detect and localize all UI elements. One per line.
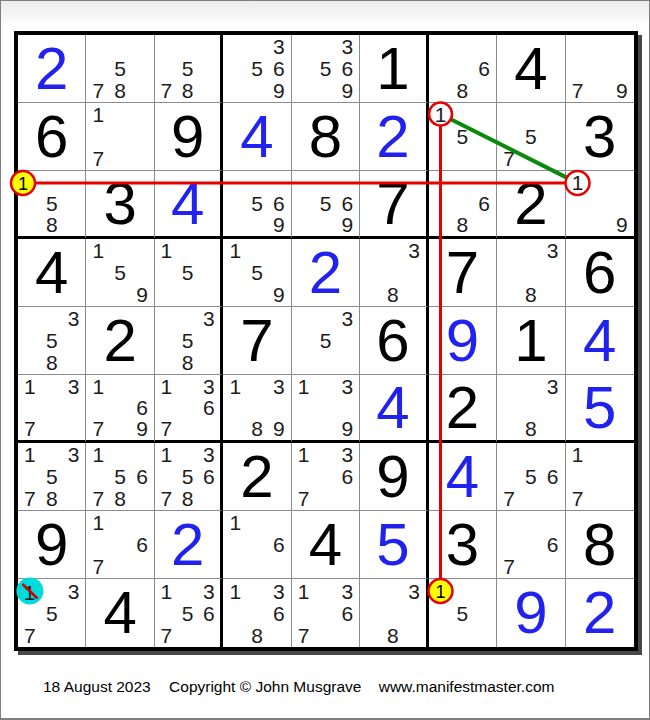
pencil-marks: 38 [361,580,424,646]
pencil-marks: 137 [19,376,84,439]
candidate-6: 6 [268,193,290,214]
given-digit: 2 [103,311,136,371]
candidate-1: 1 [224,376,246,397]
candidate-8: 8 [177,351,198,373]
pencil-marks: 1389 [224,376,289,439]
candidate-6: 6 [336,193,358,214]
pencil-marks: 16 [224,512,289,577]
pencil-marks: 569 [293,172,358,235]
candidate-5: 5 [451,126,473,148]
cell-r6c9[interactable]: 5 [566,375,634,443]
cell-r8c4[interactable]: 16 [223,511,291,579]
candidate-7: 7 [87,418,109,439]
cell-r2c3[interactable]: 9 [155,103,223,171]
cell-r5c1[interactable]: 358 [18,307,86,375]
candidate-3: 3 [63,376,85,397]
candidate-5: 5 [41,193,63,214]
candidate-1: 1 [87,240,109,262]
candidate-6: 6 [542,534,564,556]
candidate-7: 7 [156,79,177,101]
candidate-5: 5 [177,262,198,284]
pencil-marks: 79 [567,36,633,101]
pencil-marks: 358 [156,308,219,373]
solved-digit: 9 [514,583,547,643]
pencil-marks: 15 [430,580,495,646]
solved-digit: 9 [446,311,479,371]
page-frame: 2578578356935691684796179482155735834569… [0,0,650,720]
candidate-5: 5 [315,58,337,80]
cell-r6c4[interactable]: 1389 [223,375,291,443]
candidate-8: 8 [41,351,63,373]
candidate-8: 8 [177,487,198,509]
footer: 18 August 2023 Copyright © John Musgrave… [43,678,554,696]
pencil-marks: 578 [156,36,219,101]
pencil-marks: 67 [498,512,563,577]
cell-r8c1[interactable]: 9 [18,511,86,579]
cell-r1c6[interactable]: 1 [360,35,428,103]
candidate-6: 6 [473,193,495,214]
pencil-marks: 1357 [19,580,84,646]
cell-r2c5[interactable]: 8 [292,103,360,171]
cell-r9c9[interactable]: 2 [566,579,634,647]
pencil-marks: 167 [87,512,152,577]
cell-r4c7[interactable]: 7 [429,239,497,307]
candidate-3: 3 [198,376,219,397]
candidate-5: 5 [246,193,268,214]
candidate-9: 9 [611,214,633,235]
candidate-3: 3 [542,240,564,262]
pencil-marks: 19 [567,172,633,235]
pencil-marks: 13567 [156,580,219,646]
candidate-1: 1 [224,580,246,602]
candidate-9: 9 [268,283,290,305]
candidate-1: 1 [19,376,41,397]
pencil-marks: 1367 [156,376,219,439]
pencil-marks: 68 [430,172,495,235]
cell-r9c5[interactable]: 1367 [292,579,360,647]
candidate-3: 3 [268,36,290,58]
candidate-1: 1 [156,240,177,262]
cell-r2c4[interactable]: 4 [223,103,291,171]
candidate-9: 9 [268,418,290,439]
candidate-7: 7 [567,79,589,101]
candidate-7: 7 [87,555,109,577]
cell-r8c8[interactable]: 67 [497,511,565,579]
given-digit: 9 [376,447,409,507]
cell-r4c5[interactable]: 2 [292,239,360,307]
candidate-5: 5 [246,262,268,284]
cell-r1c5[interactable]: 3569 [292,35,360,103]
cell-r3c5[interactable]: 569 [292,171,360,239]
cell-r4c8[interactable]: 38 [497,239,565,307]
cell-r8c3[interactable]: 2 [155,511,223,579]
footer-website: www.manifestmaster.com [379,678,555,695]
candidate-7: 7 [19,418,41,439]
cell-r8c5[interactable]: 4 [292,511,360,579]
cell-r2c6[interactable]: 2 [360,103,428,171]
cell-r7c1[interactable]: 13578 [18,443,86,511]
candidate-5: 5 [177,602,198,624]
solved-digit: 4 [446,447,479,507]
pencil-marks: 13578 [19,444,84,509]
candidate-5: 5 [177,466,198,488]
candidate-1: 1 [567,444,589,466]
cell-r2c9[interactable]: 3 [566,103,634,171]
candidate-9: 9 [336,418,358,439]
candidate-6: 6 [131,466,153,488]
candidate-3: 3 [404,240,425,262]
cell-r9c3[interactable]: 13567 [155,579,223,647]
pencil-marks: 17 [567,444,633,509]
candidate-1: 1 [156,580,177,602]
given-digit: 2 [446,378,479,438]
cell-r7c2[interactable]: 15678 [86,443,154,511]
footer-date: 18 August 2023 [43,678,151,695]
cell-r6c7[interactable]: 2 [429,375,497,443]
candidate-7: 7 [87,79,109,101]
candidate-6: 6 [131,534,153,556]
pencil-marks: 3569 [224,36,289,101]
candidate-5: 5 [41,330,63,352]
candidate-6: 6 [336,58,358,80]
candidate-7: 7 [19,487,41,509]
cell-r4c3[interactable]: 15 [155,239,223,307]
given-digit: 4 [514,39,547,99]
candidate-5: 5 [451,602,473,624]
solved-digit: 5 [376,515,409,575]
cell-r7c7[interactable]: 4 [429,443,497,511]
pencil-marks: 15678 [87,444,152,509]
candidate-9: 9 [611,79,633,101]
pencil-marks: 38 [498,240,563,305]
candidate-1: 1 [87,512,109,534]
candidate-1: 1 [19,580,41,602]
given-digit: 1 [514,311,547,371]
candidate-1: 1 [156,444,177,466]
pencil-marks: 15 [156,240,219,305]
candidate-8: 8 [520,418,542,439]
cell-r4c4[interactable]: 159 [223,239,291,307]
candidate-1: 1 [567,172,589,193]
cell-r2c7[interactable]: 15 [429,103,497,171]
candidate-7: 7 [567,487,589,509]
candidate-5: 5 [41,602,63,624]
given-digit: 7 [240,311,273,371]
candidate-7: 7 [87,487,109,509]
candidate-7: 7 [156,624,177,646]
candidate-3: 3 [63,444,85,466]
given-digit: 4 [35,243,68,303]
pencil-marks: 17 [87,104,152,169]
given-digit: 7 [446,243,479,303]
solved-digit: 5 [583,378,616,438]
cell-r3c4[interactable]: 569 [223,171,291,239]
pencil-marks: 57 [498,104,563,169]
cell-r3c9[interactable]: 19 [566,171,634,239]
cell-r9c7[interactable]: 15 [429,579,497,647]
pencil-marks: 38 [498,376,563,439]
footer-copyright: Copyright © John Musgrave [169,678,361,695]
solved-digit: 2 [171,515,204,575]
cell-r9c6[interactable]: 38 [360,579,428,647]
given-digit: 4 [103,583,136,643]
candidate-1: 1 [224,240,246,262]
cell-r9c2[interactable]: 4 [86,579,154,647]
cell-r1c3[interactable]: 578 [155,35,223,103]
cell-r9c1[interactable]: 1357 [18,579,86,647]
candidate-7: 7 [498,555,520,577]
candidate-6: 6 [473,58,495,80]
candidate-5: 5 [177,330,198,352]
candidate-6: 6 [268,534,290,556]
candidate-3: 3 [63,308,85,330]
cell-r5c6[interactable]: 6 [360,307,428,375]
cell-r3c3[interactable]: 4 [155,171,223,239]
cell-r4c9[interactable]: 6 [566,239,634,307]
pencil-marks: 578 [87,36,152,101]
candidate-1: 1 [430,580,452,602]
candidate-7: 7 [498,487,520,509]
cell-r9c4[interactable]: 1368 [223,579,291,647]
cell-r4c2[interactable]: 159 [86,239,154,307]
pencil-marks: 159 [224,240,289,305]
solved-digit: 4 [171,174,204,234]
cell-r1c9[interactable]: 79 [566,35,634,103]
given-digit: 7 [376,174,409,234]
pencil-marks: 135678 [156,444,219,509]
candidate-6: 6 [198,602,219,624]
candidate-6: 6 [268,602,290,624]
solved-digit: 2 [376,107,409,167]
candidate-1: 1 [293,444,315,466]
cell-r7c9[interactable]: 17 [566,443,634,511]
cell-r7c4[interactable]: 2 [223,443,291,511]
cell-r3c2[interactable]: 3 [86,171,154,239]
candidate-9: 9 [268,214,290,235]
given-digit: 8 [583,515,616,575]
sudoku-board: 2578578356935691684796179482155735834569… [14,31,638,651]
cell-r5c3[interactable]: 358 [155,307,223,375]
cell-r2c1[interactable]: 6 [18,103,86,171]
candidate-1: 1 [87,376,109,397]
candidate-1: 1 [87,444,109,466]
candidate-3: 3 [198,444,219,466]
candidate-3: 3 [198,308,219,330]
given-digit: 8 [309,107,342,167]
candidate-3: 3 [336,36,358,58]
cell-r6c5[interactable]: 139 [292,375,360,443]
pencil-marks: 1679 [87,376,152,439]
candidate-8: 8 [41,487,63,509]
pencil-marks: 38 [361,240,424,305]
candidate-1: 1 [293,580,315,602]
cell-r6c6[interactable]: 4 [360,375,428,443]
candidate-5: 5 [41,466,63,488]
candidate-6: 6 [198,466,219,488]
cell-r7c5[interactable]: 1367 [292,443,360,511]
cell-r5c4[interactable]: 7 [223,307,291,375]
given-digit: 3 [103,174,136,234]
cell-r1c1[interactable]: 2 [18,35,86,103]
pencil-marks: 1367 [293,444,358,509]
cell-r5c9[interactable]: 4 [566,307,634,375]
cell-r5c2[interactable]: 2 [86,307,154,375]
candidate-9: 9 [131,283,153,305]
candidate-1: 1 [19,444,41,466]
candidate-8: 8 [41,214,63,235]
candidate-8: 8 [109,487,131,509]
candidate-8: 8 [109,79,131,101]
candidate-7: 7 [87,147,109,169]
candidate-3: 3 [198,580,219,602]
pencil-marks: 358 [19,308,84,373]
cell-r9c8[interactable]: 9 [497,579,565,647]
solved-digit: 4 [376,378,409,438]
given-digit: 2 [514,174,547,234]
solved-digit: 2 [309,243,342,303]
candidate-8: 8 [382,624,403,646]
cell-r5c8[interactable]: 1 [497,307,565,375]
candidate-6: 6 [336,602,358,624]
cell-r5c7[interactable]: 9 [429,307,497,375]
given-digit: 9 [35,515,68,575]
pencil-marks: 68 [430,36,495,101]
cell-r4c1[interactable]: 4 [18,239,86,307]
pencil-marks: 58 [19,172,84,235]
candidate-6: 6 [336,466,358,488]
candidate-9: 9 [336,214,358,235]
cell-r2c2[interactable]: 17 [86,103,154,171]
pencil-marks: 569 [224,172,289,235]
cell-r3c8[interactable]: 2 [497,171,565,239]
pencil-marks: 139 [293,376,358,439]
top-gradient-bar [1,1,649,25]
candidate-5: 5 [177,58,198,80]
pencil-marks: 15 [430,104,495,169]
candidate-6: 6 [542,466,564,488]
given-digit: 3 [583,107,616,167]
candidate-7: 7 [156,418,177,439]
candidate-8: 8 [246,418,268,439]
candidate-3: 3 [542,376,564,397]
candidate-8: 8 [451,79,473,101]
candidate-9: 9 [336,79,358,101]
cell-r8c6[interactable]: 5 [360,511,428,579]
pencil-marks: 1367 [293,580,358,646]
solved-digit: 4 [240,107,273,167]
cell-r7c3[interactable]: 135678 [155,443,223,511]
cell-r8c9[interactable]: 8 [566,511,634,579]
cell-r3c6[interactable]: 7 [360,171,428,239]
cell-r3c1[interactable]: 58 [18,171,86,239]
given-digit: 2 [240,447,273,507]
cell-r6c8[interactable]: 38 [497,375,565,443]
pencil-marks: 567 [498,444,563,509]
cell-r5c5[interactable]: 35 [292,307,360,375]
candidate-9: 9 [131,418,153,439]
pencil-marks: 35 [293,308,358,373]
solved-digit: 2 [583,583,616,643]
candidate-3: 3 [404,580,425,602]
candidate-9: 9 [268,79,290,101]
candidate-8: 8 [451,214,473,235]
cell-r1c4[interactable]: 3569 [223,35,291,103]
cell-r6c3[interactable]: 1367 [155,375,223,443]
candidate-5: 5 [109,262,131,284]
candidate-3: 3 [336,376,358,397]
cell-r6c1[interactable]: 137 [18,375,86,443]
cell-r3c7[interactable]: 68 [429,171,497,239]
given-digit: 6 [583,243,616,303]
candidate-5: 5 [246,58,268,80]
candidate-3: 3 [268,580,290,602]
given-digit: 4 [309,515,342,575]
cell-r4c6[interactable]: 38 [360,239,428,307]
candidate-5: 5 [520,466,542,488]
cell-r7c8[interactable]: 567 [497,443,565,511]
candidate-8: 8 [246,624,268,646]
candidate-3: 3 [336,444,358,466]
candidate-7: 7 [19,624,41,646]
candidate-1: 1 [430,104,452,126]
cell-r6c2[interactable]: 1679 [86,375,154,443]
candidate-1: 1 [293,376,315,397]
cell-r1c7[interactable]: 68 [429,35,497,103]
solved-digit: 4 [583,311,616,371]
candidate-1: 1 [87,104,109,126]
candidate-6: 6 [131,397,153,418]
cell-r1c2[interactable]: 578 [86,35,154,103]
candidate-8: 8 [382,283,403,305]
candidate-3: 3 [63,580,85,602]
pencil-marks: 1368 [224,580,289,646]
candidate-3: 3 [336,580,358,602]
given-digit: 6 [376,311,409,371]
candidate-1: 1 [224,512,246,534]
candidate-6: 6 [268,58,290,80]
candidate-5: 5 [109,58,131,80]
cell-r2c8[interactable]: 57 [497,103,565,171]
candidate-5: 5 [315,193,337,214]
candidate-5: 5 [520,126,542,148]
cell-r8c7[interactable]: 3 [429,511,497,579]
given-digit: 3 [446,515,479,575]
pencil-marks: 3569 [293,36,358,101]
given-digit: 1 [376,39,409,99]
candidate-7: 7 [498,147,520,169]
candidate-8: 8 [177,79,198,101]
candidate-5: 5 [109,466,131,488]
candidate-7: 7 [293,624,315,646]
candidate-7: 7 [293,487,315,509]
candidate-3: 3 [268,376,290,397]
candidate-5: 5 [315,330,337,352]
cell-r1c8[interactable]: 4 [497,35,565,103]
candidate-7: 7 [156,487,177,509]
cell-r8c2[interactable]: 167 [86,511,154,579]
given-digit: 9 [171,107,204,167]
candidate-8: 8 [520,283,542,305]
candidate-1: 1 [156,376,177,397]
solved-digit: 2 [35,39,68,99]
pencil-marks: 159 [87,240,152,305]
candidate-6: 6 [198,397,219,418]
cell-r7c6[interactable]: 9 [360,443,428,511]
given-digit: 6 [35,107,68,167]
candidate-3: 3 [336,308,358,330]
